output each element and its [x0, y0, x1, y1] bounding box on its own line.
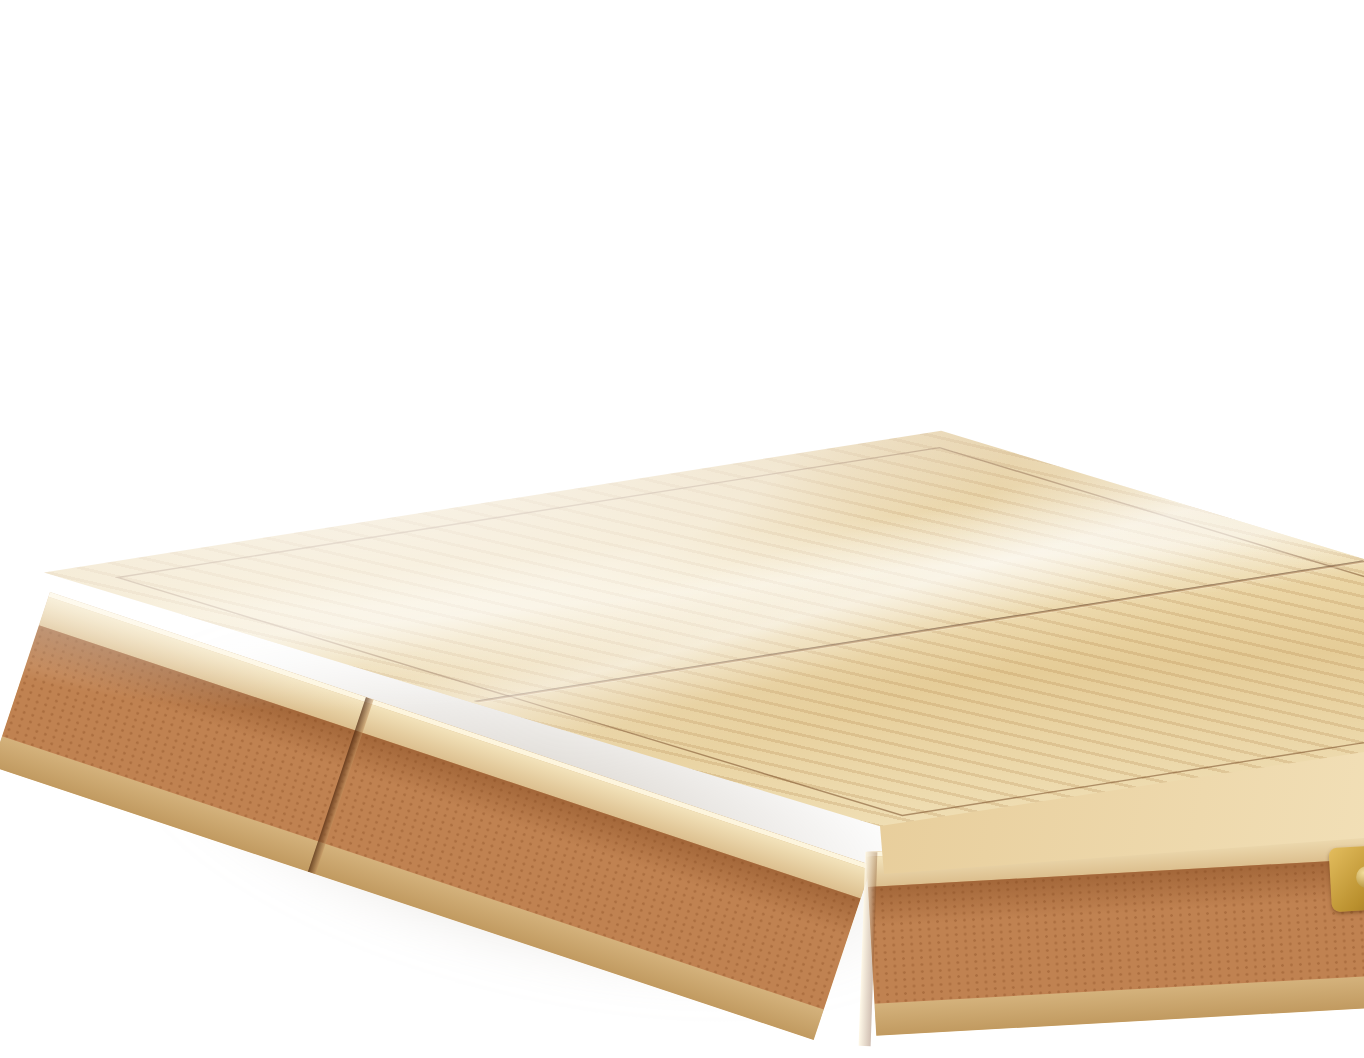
photo-stage: [0, 0, 1364, 1058]
brass-hinge-icon: [1329, 844, 1364, 912]
box-face-right: [866, 822, 1364, 1036]
